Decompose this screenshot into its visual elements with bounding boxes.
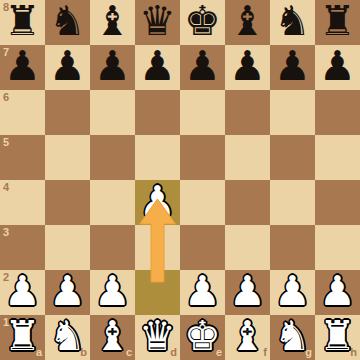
piece-white-rook[interactable]: ♜ <box>4 316 41 357</box>
square-f7[interactable]: ♟ <box>225 45 270 90</box>
piece-white-pawn[interactable]: ♟ <box>49 271 86 312</box>
chess-board: 8♜♞♝♛♚♝♞♜7♟♟♟♟♟♟♟♟654♟32♟♟♟♟♟♟♟1a♜b♞c♝d♛… <box>0 0 360 360</box>
rank-label-5: 5 <box>3 137 9 148</box>
piece-black-pawn[interactable]: ♟ <box>274 46 311 87</box>
square-d4[interactable]: ♟ <box>135 180 180 225</box>
square-c4[interactable] <box>90 180 135 225</box>
piece-black-knight[interactable]: ♞ <box>274 1 311 42</box>
square-d8[interactable]: ♛ <box>135 0 180 45</box>
square-h7[interactable]: ♟ <box>315 45 360 90</box>
piece-black-pawn[interactable]: ♟ <box>229 46 266 87</box>
square-b4[interactable] <box>45 180 90 225</box>
square-e7[interactable]: ♟ <box>180 45 225 90</box>
square-b7[interactable]: ♟ <box>45 45 90 90</box>
square-g6[interactable] <box>270 90 315 135</box>
piece-white-pawn[interactable]: ♟ <box>274 271 311 312</box>
piece-white-pawn[interactable]: ♟ <box>319 271 356 312</box>
square-b3[interactable] <box>45 225 90 270</box>
square-e8[interactable]: ♚ <box>180 0 225 45</box>
square-c8[interactable]: ♝ <box>90 0 135 45</box>
piece-white-rook[interactable]: ♜ <box>319 316 356 357</box>
square-a3[interactable]: 3 <box>0 225 45 270</box>
square-c5[interactable] <box>90 135 135 180</box>
square-f2[interactable]: ♟ <box>225 270 270 315</box>
piece-white-king[interactable]: ♚ <box>184 316 221 357</box>
piece-white-pawn[interactable]: ♟ <box>139 181 176 222</box>
square-f1[interactable]: f♝ <box>225 315 270 360</box>
piece-black-bishop[interactable]: ♝ <box>94 1 131 42</box>
square-d7[interactable]: ♟ <box>135 45 180 90</box>
square-h1[interactable]: h♜ <box>315 315 360 360</box>
piece-black-pawn[interactable]: ♟ <box>94 46 131 87</box>
square-f5[interactable] <box>225 135 270 180</box>
piece-white-pawn[interactable]: ♟ <box>4 271 41 312</box>
square-a7[interactable]: 7♟ <box>0 45 45 90</box>
square-d6[interactable] <box>135 90 180 135</box>
square-f4[interactable] <box>225 180 270 225</box>
piece-black-rook[interactable]: ♜ <box>319 1 356 42</box>
square-h5[interactable] <box>315 135 360 180</box>
rank-label-6: 6 <box>3 92 9 103</box>
square-b2[interactable]: ♟ <box>45 270 90 315</box>
square-b5[interactable] <box>45 135 90 180</box>
square-h4[interactable] <box>315 180 360 225</box>
piece-white-bishop[interactable]: ♝ <box>94 316 131 357</box>
piece-black-bishop[interactable]: ♝ <box>229 1 266 42</box>
square-h3[interactable] <box>315 225 360 270</box>
square-b6[interactable] <box>45 90 90 135</box>
square-e1[interactable]: e♚ <box>180 315 225 360</box>
square-c7[interactable]: ♟ <box>90 45 135 90</box>
square-f8[interactable]: ♝ <box>225 0 270 45</box>
square-g2[interactable]: ♟ <box>270 270 315 315</box>
piece-black-king[interactable]: ♚ <box>184 1 221 42</box>
piece-black-knight[interactable]: ♞ <box>49 1 86 42</box>
square-a5[interactable]: 5 <box>0 135 45 180</box>
piece-black-pawn[interactable]: ♟ <box>139 46 176 87</box>
square-b1[interactable]: b♞ <box>45 315 90 360</box>
piece-white-pawn[interactable]: ♟ <box>184 271 221 312</box>
square-a1[interactable]: 1a♜ <box>0 315 45 360</box>
square-d2[interactable] <box>135 270 180 315</box>
square-g3[interactable] <box>270 225 315 270</box>
square-d3[interactable] <box>135 225 180 270</box>
square-a2[interactable]: 2♟ <box>0 270 45 315</box>
piece-black-pawn[interactable]: ♟ <box>4 46 41 87</box>
square-d1[interactable]: d♛ <box>135 315 180 360</box>
square-g8[interactable]: ♞ <box>270 0 315 45</box>
square-b8[interactable]: ♞ <box>45 0 90 45</box>
piece-white-bishop[interactable]: ♝ <box>229 316 266 357</box>
square-f6[interactable] <box>225 90 270 135</box>
square-c3[interactable] <box>90 225 135 270</box>
square-g5[interactable] <box>270 135 315 180</box>
square-e5[interactable] <box>180 135 225 180</box>
piece-black-pawn[interactable]: ♟ <box>49 46 86 87</box>
square-c1[interactable]: c♝ <box>90 315 135 360</box>
rank-label-4: 4 <box>3 182 9 193</box>
piece-white-queen[interactable]: ♛ <box>139 316 176 357</box>
square-d5[interactable] <box>135 135 180 180</box>
square-g7[interactable]: ♟ <box>270 45 315 90</box>
square-h8[interactable]: ♜ <box>315 0 360 45</box>
square-f3[interactable] <box>225 225 270 270</box>
piece-black-queen[interactable]: ♛ <box>139 1 176 42</box>
piece-black-pawn[interactable]: ♟ <box>319 46 356 87</box>
square-e4[interactable] <box>180 180 225 225</box>
piece-white-knight[interactable]: ♞ <box>49 316 86 357</box>
square-g4[interactable] <box>270 180 315 225</box>
piece-black-pawn[interactable]: ♟ <box>184 46 221 87</box>
square-h2[interactable]: ♟ <box>315 270 360 315</box>
square-h6[interactable] <box>315 90 360 135</box>
square-e6[interactable] <box>180 90 225 135</box>
square-e2[interactable]: ♟ <box>180 270 225 315</box>
square-c2[interactable]: ♟ <box>90 270 135 315</box>
rank-label-3: 3 <box>3 227 9 238</box>
piece-black-rook[interactable]: ♜ <box>4 1 41 42</box>
square-a6[interactable]: 6 <box>0 90 45 135</box>
chess-board-wrap: 8♜♞♝♛♚♝♞♜7♟♟♟♟♟♟♟♟654♟32♟♟♟♟♟♟♟1a♜b♞c♝d♛… <box>0 0 360 360</box>
square-c6[interactable] <box>90 90 135 135</box>
piece-white-pawn[interactable]: ♟ <box>94 271 131 312</box>
square-e3[interactable] <box>180 225 225 270</box>
square-g1[interactable]: g♞ <box>270 315 315 360</box>
square-a4[interactable]: 4 <box>0 180 45 225</box>
piece-white-pawn[interactable]: ♟ <box>229 271 266 312</box>
piece-white-knight[interactable]: ♞ <box>274 316 311 357</box>
square-a8[interactable]: 8♜ <box>0 0 45 45</box>
